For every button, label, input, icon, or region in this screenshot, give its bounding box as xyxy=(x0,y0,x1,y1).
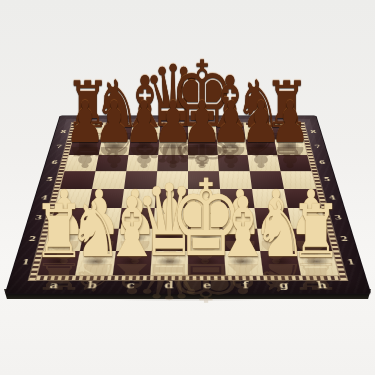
rank-label-right-1: 1 xyxy=(342,258,361,267)
rank-label-right-7: 7 xyxy=(311,144,325,150)
chess-set-photo: abcdefgh1122334455667788 ♜♜♞♞♝♝♛♛♚♚♝♝♞♞♜… xyxy=(0,0,375,375)
piece-white-rook-h1[interactable]: ♜ xyxy=(291,195,343,269)
rank-label-left-6: 6 xyxy=(47,160,62,166)
file-label-d: d xyxy=(157,280,181,292)
file-label-f: f xyxy=(233,280,258,292)
file-label-e: e xyxy=(195,280,219,292)
piece-black-pawn-h7[interactable]: ♟ xyxy=(270,94,310,151)
file-label-a: a xyxy=(40,280,67,292)
file-label-c: c xyxy=(118,280,143,292)
file-label-b: b xyxy=(79,280,105,292)
file-label-g: g xyxy=(271,280,297,292)
rank-label-left-1: 1 xyxy=(16,258,35,267)
rank-label-right-6: 6 xyxy=(315,160,330,166)
file-label-h: h xyxy=(309,280,336,292)
